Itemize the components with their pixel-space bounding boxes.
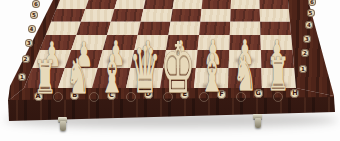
piece-white-rook-a1: ♜ [33, 54, 56, 100]
piece-white-king-e1: ♚ [161, 33, 196, 103]
rank-label-right-3: 3 [303, 35, 311, 43]
piece-white-queen-d1: ♛ [129, 38, 161, 102]
rank-label-left-6: 6 [32, 0, 40, 8]
piece-white-bishop-f1: ♝ [199, 47, 225, 99]
clasp-hook [255, 118, 261, 128]
right-clasp-icon [253, 114, 262, 129]
chess-set-photo: ABCDEFGH123456123456♜♞♝♛♚♝♞♜♟♟♟♟♟♟♟♟ [0, 0, 340, 141]
piece-white-knight-b1: ♞ [66, 52, 90, 100]
border-rosette [89, 92, 99, 102]
rank-label-right-1: 1 [299, 65, 307, 73]
board-scene: ABCDEFGH123456123456♜♞♝♛♚♝♞♜♟♟♟♟♟♟♟♟ [0, 0, 340, 141]
clasp-hook [60, 121, 66, 131]
piece-white-knight-g1: ♞ [233, 49, 257, 97]
rank-label-right-5: 5 [307, 9, 315, 17]
rank-label-right-2: 2 [301, 49, 309, 57]
piece-white-rook-h1: ♜ [267, 51, 290, 97]
rank-label-left-2: 2 [22, 55, 30, 63]
left-clasp-icon [58, 117, 67, 132]
rank-label-right-4: 4 [305, 21, 313, 29]
rank-label-left-5: 5 [30, 11, 38, 19]
rank-label-left-3: 3 [25, 39, 33, 47]
rank-label-left-1: 1 [18, 73, 26, 81]
piece-white-bishop-c1: ♝ [99, 48, 125, 100]
rank-label-right-6: 6 [308, 0, 316, 6]
rank-label-left-4: 4 [28, 25, 36, 33]
